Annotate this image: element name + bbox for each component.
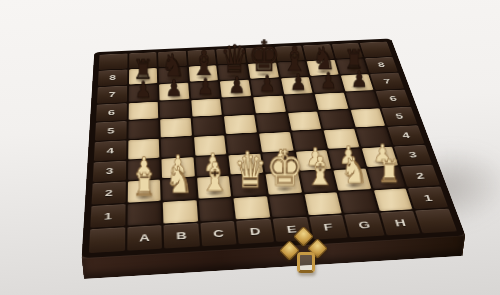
file-label-a-text: A <box>139 232 150 244</box>
square-h4 <box>356 127 392 147</box>
piece-ground-shadow <box>167 189 193 200</box>
square-e5 <box>256 113 289 132</box>
square-h3: ♟ <box>361 146 398 167</box>
rank-label-left-6-text: 6 <box>108 108 115 117</box>
piece-ground-shadow <box>162 75 184 83</box>
square-f4 <box>291 130 326 150</box>
file-label-g-text: G <box>357 219 371 231</box>
piece-ground-shadow <box>340 180 367 191</box>
piece-ground-shadow <box>374 178 401 189</box>
frame-block <box>187 49 216 65</box>
square-g8: ♞ <box>307 60 339 76</box>
frame-block <box>158 51 186 67</box>
square-g6 <box>315 92 348 110</box>
piece-ground-shadow <box>306 182 333 193</box>
square-e8: ♚ <box>248 62 279 79</box>
square-b3: ♟ <box>162 157 195 178</box>
square-b2: ♞ <box>162 178 196 201</box>
rank-label-right-7: 7 <box>370 73 404 90</box>
square-c8: ♝ <box>189 65 219 82</box>
piece-ground-shadow <box>255 87 278 95</box>
frame-block <box>274 45 304 61</box>
rank-label-left-3: 3 <box>93 161 126 183</box>
rank-label-left-3-text: 3 <box>105 166 113 176</box>
square-f1 <box>304 192 342 215</box>
square-g3: ♟ <box>329 148 365 169</box>
piece-ground-shadow <box>268 162 294 172</box>
square-d6 <box>222 97 254 115</box>
piece-ground-shadow <box>223 72 245 80</box>
rank-label-left-4: 4 <box>94 140 126 161</box>
file-label-h-text: H <box>393 217 407 229</box>
square-a2: ♜ <box>127 180 160 203</box>
square-b7: ♟ <box>159 83 189 101</box>
rank-label-right-1-text: 1 <box>422 192 433 203</box>
square-g4 <box>324 129 359 149</box>
rank-label-right-2-text: 2 <box>415 171 426 181</box>
file-label-h: H <box>380 211 421 235</box>
piece-ground-shadow <box>200 166 225 176</box>
rank-label-right-1: 1 <box>408 186 448 209</box>
square-h5 <box>351 109 386 128</box>
rank-label-right-3-text: 3 <box>408 150 419 160</box>
frame-block <box>129 52 157 68</box>
square-b5 <box>160 118 191 137</box>
rank-label-left-7-text: 7 <box>108 90 115 98</box>
square-a3: ♟ <box>128 159 161 181</box>
frame-corner <box>416 209 457 233</box>
rank-label-right-4-text: 4 <box>401 130 411 139</box>
square-f8: ♝ <box>277 61 308 77</box>
square-b8: ♞ <box>159 66 188 83</box>
square-d2: ♛ <box>231 174 266 196</box>
square-d5 <box>224 115 257 134</box>
rank-label-left-2-text: 2 <box>105 188 113 199</box>
rank-label-right-5-text: 5 <box>394 112 404 121</box>
square-d1 <box>234 196 270 220</box>
square-a8: ♜ <box>129 68 158 85</box>
piece-ground-shadow <box>282 69 305 77</box>
piece-ground-shadow <box>253 71 276 79</box>
piece-ground-shadow <box>312 68 335 76</box>
frame-block <box>245 47 275 63</box>
piece-ground-shadow <box>202 187 228 198</box>
square-c2: ♝ <box>197 176 232 198</box>
rank-label-right-8: 8 <box>365 57 398 73</box>
square-c5 <box>192 116 224 135</box>
rank-label-right-2: 2 <box>401 165 440 187</box>
scene: 8♜♞♝♛♚♝♞♜87♟♟♟♟♟♟♟♟76655443♟♟♟♟♟♟♟♟32♜♞♝… <box>0 0 500 295</box>
square-a7: ♟ <box>128 84 157 102</box>
piece-ground-shadow <box>286 86 309 94</box>
square-g5 <box>319 110 353 129</box>
square-d8: ♛ <box>218 64 248 81</box>
rank-label-left-4-text: 4 <box>106 146 114 156</box>
square-c7: ♟ <box>190 81 220 98</box>
rank-label-left-1: 1 <box>90 204 125 228</box>
square-f3: ♟ <box>295 150 331 171</box>
square-h6 <box>345 91 379 109</box>
piece-ground-shadow <box>335 159 361 169</box>
square-g1 <box>339 190 378 213</box>
square-d4 <box>227 134 260 154</box>
file-label-d-text: D <box>249 226 261 238</box>
square-c3: ♟ <box>195 155 229 176</box>
file-label-b-text: B <box>176 230 187 242</box>
piece-ground-shadow <box>301 160 327 170</box>
clasp-ring <box>297 252 315 273</box>
square-h1 <box>374 188 413 211</box>
rank-label-left-1-text: 1 <box>104 210 112 221</box>
frame-corner <box>89 228 125 253</box>
square-g2: ♞ <box>334 169 371 191</box>
rank-label-left-5-text: 5 <box>107 126 115 135</box>
square-g7: ♟ <box>311 76 344 93</box>
square-d7: ♟ <box>220 80 251 97</box>
rank-label-left-7: 7 <box>97 86 127 104</box>
frame-corner <box>360 42 392 58</box>
file-label-c-text: C <box>213 228 225 240</box>
photo-stage: 8♜♞♝♛♚♝♞♜87♟♟♟♟♟♟♟♟76655443♟♟♟♟♟♟♟♟32♜♞♝… <box>0 0 500 295</box>
piece-ground-shadow <box>132 93 154 102</box>
piece-ground-shadow <box>193 73 215 81</box>
square-c4 <box>194 135 227 155</box>
file-label-b: B <box>164 223 200 248</box>
square-b6 <box>160 100 191 118</box>
piece-ground-shadow <box>368 157 395 167</box>
square-a6 <box>128 102 158 120</box>
square-c1 <box>199 198 235 222</box>
frame-block <box>216 48 245 64</box>
square-e7: ♟ <box>251 78 282 95</box>
rank-label-right-8-text: 8 <box>377 61 386 69</box>
rank-label-left-8: 8 <box>98 69 127 86</box>
rank-label-right-3: 3 <box>394 145 432 166</box>
square-f2: ♝ <box>300 170 337 192</box>
file-label-c: C <box>200 221 237 246</box>
square-b4 <box>161 137 193 157</box>
rank-label-left-2: 2 <box>92 182 126 205</box>
square-a5 <box>128 120 159 139</box>
square-e4 <box>259 132 293 152</box>
rank-label-left-5: 5 <box>95 121 126 141</box>
piece-ground-shadow <box>346 83 370 91</box>
square-a4 <box>128 139 160 159</box>
file-label-a: A <box>127 225 162 250</box>
square-d3: ♟ <box>229 153 263 174</box>
rank-label-right-6-text: 6 <box>388 94 398 102</box>
rank-label-right-4: 4 <box>388 125 425 145</box>
piece-ground-shadow <box>163 92 186 101</box>
chessboard-grid: 8♜♞♝♛♚♝♞♜87♟♟♟♟♟♟♟♟76655443♟♟♟♟♟♟♟♟32♜♞♝… <box>84 40 462 257</box>
file-label-d: D <box>237 219 275 244</box>
chessboard: 8♜♞♝♛♚♝♞♜87♟♟♟♟♟♟♟♟76655443♟♟♟♟♟♟♟♟32♜♞♝… <box>84 40 462 257</box>
square-e1 <box>269 194 306 217</box>
square-c6 <box>191 99 222 117</box>
square-h7: ♟ <box>341 74 374 91</box>
piece-ground-shadow <box>236 185 262 196</box>
rank-label-right-6: 6 <box>376 89 411 107</box>
square-f6 <box>284 94 317 112</box>
rank-label-right-7-text: 7 <box>382 77 391 85</box>
square-h8: ♜ <box>336 58 368 74</box>
piece-ground-shadow <box>131 169 156 180</box>
square-b1 <box>163 200 198 224</box>
square-e6 <box>253 95 285 113</box>
frame-corner <box>99 54 127 70</box>
square-f5 <box>288 112 322 131</box>
square-a1 <box>127 202 161 226</box>
brass-clasp <box>281 226 327 274</box>
square-h2: ♜ <box>367 167 405 189</box>
piece-ground-shadow <box>271 183 298 194</box>
piece-ground-shadow <box>225 89 248 98</box>
rank-label-right-5: 5 <box>382 107 418 126</box>
piece-ground-shadow <box>166 168 191 178</box>
rank-label-left-6: 6 <box>96 103 127 122</box>
square-e3: ♟ <box>262 152 297 173</box>
piece-ground-shadow <box>131 191 156 202</box>
rank-label-left-8-text: 8 <box>109 74 116 82</box>
frame-block <box>332 43 363 59</box>
piece-ground-shadow <box>132 76 154 84</box>
piece-ground-shadow <box>194 90 217 99</box>
piece-ground-shadow <box>234 164 260 174</box>
square-f7: ♟ <box>281 77 313 94</box>
frame-block <box>303 44 334 60</box>
square-e2: ♚ <box>266 172 302 194</box>
piece-ground-shadow <box>316 84 340 92</box>
piece-ground-shadow <box>342 66 365 74</box>
file-label-g: G <box>345 213 385 238</box>
